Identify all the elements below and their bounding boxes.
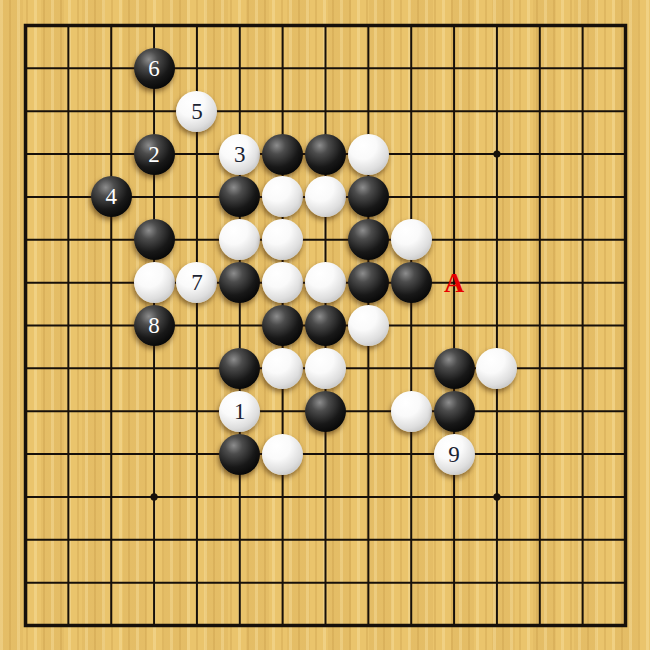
- stone-white[interactable]: [262, 434, 303, 475]
- stone-white[interactable]: 7: [176, 262, 217, 303]
- stone-white[interactable]: [134, 262, 175, 303]
- stone-black[interactable]: [219, 176, 260, 217]
- stone-black[interactable]: [305, 305, 346, 346]
- stone-white[interactable]: [391, 391, 432, 432]
- stone-black[interactable]: [305, 134, 346, 175]
- stone-white[interactable]: [348, 305, 389, 346]
- move-number: 4: [105, 185, 117, 208]
- stone-black[interactable]: [262, 305, 303, 346]
- stone-white[interactable]: [305, 348, 346, 389]
- stone-white[interactable]: 9: [434, 434, 475, 475]
- stone-black[interactable]: [219, 348, 260, 389]
- move-number: 6: [148, 57, 160, 80]
- stone-white[interactable]: 3: [219, 134, 260, 175]
- stone-white[interactable]: [476, 348, 517, 389]
- move-number: 1: [234, 400, 246, 423]
- stone-white[interactable]: 1: [219, 391, 260, 432]
- stone-black[interactable]: [348, 176, 389, 217]
- stone-black[interactable]: [391, 262, 432, 303]
- move-number: 9: [448, 443, 460, 466]
- stone-black[interactable]: [262, 134, 303, 175]
- stone-black[interactable]: [348, 262, 389, 303]
- stone-white[interactable]: [262, 219, 303, 260]
- stone-black[interactable]: [305, 391, 346, 432]
- stone-white[interactable]: [262, 176, 303, 217]
- stone-black[interactable]: [219, 434, 260, 475]
- stone-white[interactable]: [305, 176, 346, 217]
- marker-A: A: [444, 269, 464, 297]
- stone-black[interactable]: [134, 219, 175, 260]
- stone-black[interactable]: [348, 219, 389, 260]
- stone-layer[interactable]: 652347819A: [4, 4, 647, 647]
- move-number: 3: [234, 143, 246, 166]
- stone-black[interactable]: 8: [134, 305, 175, 346]
- move-number: 2: [148, 143, 160, 166]
- stone-white[interactable]: [262, 262, 303, 303]
- stone-black[interactable]: [219, 262, 260, 303]
- stone-black[interactable]: [434, 391, 475, 432]
- move-number: 5: [191, 100, 203, 123]
- move-number: 7: [191, 271, 203, 294]
- stone-black[interactable]: 6: [134, 48, 175, 89]
- go-board[interactable]: 652347819A: [0, 0, 650, 650]
- move-number: 8: [148, 314, 160, 337]
- stone-white[interactable]: [348, 134, 389, 175]
- stone-black[interactable]: 2: [134, 134, 175, 175]
- stone-white[interactable]: [219, 219, 260, 260]
- stone-white[interactable]: 5: [176, 91, 217, 132]
- stone-white[interactable]: [305, 262, 346, 303]
- stone-white[interactable]: [262, 348, 303, 389]
- stone-white[interactable]: [391, 219, 432, 260]
- stone-black[interactable]: [434, 348, 475, 389]
- stone-black[interactable]: 4: [91, 176, 132, 217]
